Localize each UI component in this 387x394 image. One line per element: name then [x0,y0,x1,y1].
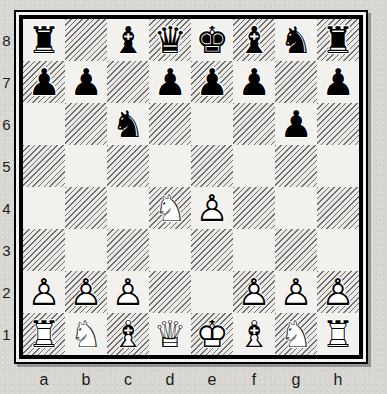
square-h3 [317,229,359,271]
file-label-g: g [275,368,317,392]
square-f6 [233,103,275,145]
square-f1: ♝♗ [233,313,275,355]
square-a5 [23,145,65,187]
white-rook-a1: ♜♖ [23,313,65,355]
black-knight-c6: ♞ [107,103,149,145]
square-e4: ♟♙ [191,187,233,229]
square-c5 [107,145,149,187]
square-h6 [317,103,359,145]
rank-label-6: 6 [0,103,13,145]
rank-label-5: 5 [0,145,13,187]
black-king-e8: ♚ [191,19,233,61]
white-pawn-b2: ♟♙ [65,271,107,313]
square-d8: ♛ [149,19,191,61]
square-f8: ♝ [233,19,275,61]
square-g2: ♟♙ [275,271,317,313]
black-rook-a8: ♜ [23,19,65,61]
rank-label-8: 8 [0,19,13,61]
square-d1: ♛♕ [149,313,191,355]
square-h1: ♜♖ [317,313,359,355]
square-g4 [275,187,317,229]
square-b1: ♞♘ [65,313,107,355]
square-e6 [191,103,233,145]
square-d6 [149,103,191,145]
square-d5 [149,145,191,187]
rank-label-1: 1 [0,313,13,355]
white-pawn-c2: ♟♙ [107,271,149,313]
white-pawn-a2: ♟♙ [23,271,65,313]
square-b8 [65,19,107,61]
square-e3 [191,229,233,271]
black-pawn-g6: ♟ [275,103,317,145]
square-f7: ♟ [233,61,275,103]
file-label-c: c [107,368,149,392]
white-knight-d4: ♞♘ [149,187,191,229]
file-label-d: d [149,368,191,392]
square-f2: ♟♙ [233,271,275,313]
square-f4 [233,187,275,229]
white-bishop-c1: ♝♗ [107,313,149,355]
white-rook-h1: ♜♖ [317,313,359,355]
square-f5 [233,145,275,187]
square-a6 [23,103,65,145]
square-c7 [107,61,149,103]
square-d7: ♟ [149,61,191,103]
file-label-e: e [191,368,233,392]
white-pawn-e4: ♟♙ [191,187,233,229]
square-a3 [23,229,65,271]
black-pawn-e7: ♟ [191,61,233,103]
square-a8: ♜ [23,19,65,61]
square-a7: ♟ [23,61,65,103]
square-c2: ♟♙ [107,271,149,313]
square-e2 [191,271,233,313]
rank-label-3: 3 [0,229,13,271]
square-c1: ♝♗ [107,313,149,355]
chess-board: ♜♝♛♚♝♞♜♟♟♟♟♟♟♞♟♞♘♟♙♟♙♟♙♟♙♟♙♟♙♟♙♜♖♞♘♝♗♛♕♚… [19,15,363,359]
black-knight-g8: ♞ [275,19,317,61]
square-b5 [65,145,107,187]
square-h8: ♜ [317,19,359,61]
rank-label-4: 4 [0,187,13,229]
square-d3 [149,229,191,271]
square-e1: ♚♔ [191,313,233,355]
rank-label-2: 2 [0,271,13,313]
rank-labels: 87654321 [0,19,13,355]
square-c4 [107,187,149,229]
square-e7: ♟ [191,61,233,103]
square-b4 [65,187,107,229]
square-g3 [275,229,317,271]
square-g8: ♞ [275,19,317,61]
square-b2: ♟♙ [65,271,107,313]
black-bishop-f8: ♝ [233,19,275,61]
square-d2 [149,271,191,313]
square-a1: ♜♖ [23,313,65,355]
white-knight-b1: ♞♘ [65,313,107,355]
square-h2: ♟♙ [317,271,359,313]
square-g5 [275,145,317,187]
black-pawn-d7: ♟ [149,61,191,103]
file-labels: abcdefgh [23,368,359,392]
white-knight-g1: ♞♘ [275,313,317,355]
black-bishop-c8: ♝ [107,19,149,61]
white-pawn-g2: ♟♙ [275,271,317,313]
chess-board-frame: ♜♝♛♚♝♞♜♟♟♟♟♟♟♞♟♞♘♟♙♟♙♟♙♟♙♟♙♟♙♟♙♜♖♞♘♝♗♛♕♚… [14,10,368,364]
white-pawn-h2: ♟♙ [317,271,359,313]
white-king-e1: ♚♔ [191,313,233,355]
black-pawn-f7: ♟ [233,61,275,103]
black-pawn-b7: ♟ [65,61,107,103]
square-c3 [107,229,149,271]
square-h7: ♟ [317,61,359,103]
square-a2: ♟♙ [23,271,65,313]
square-a4 [23,187,65,229]
file-label-h: h [317,368,359,392]
white-pawn-f2: ♟♙ [233,271,275,313]
square-g6: ♟ [275,103,317,145]
white-bishop-f1: ♝♗ [233,313,275,355]
black-pawn-a7: ♟ [23,61,65,103]
square-f3 [233,229,275,271]
square-c8: ♝ [107,19,149,61]
square-d4: ♞♘ [149,187,191,229]
square-h5 [317,145,359,187]
rank-label-7: 7 [0,61,13,103]
square-h4 [317,187,359,229]
file-label-f: f [233,368,275,392]
square-b3 [65,229,107,271]
square-g1: ♞♘ [275,313,317,355]
square-g7 [275,61,317,103]
black-rook-h8: ♜ [317,19,359,61]
file-label-b: b [65,368,107,392]
square-b7: ♟ [65,61,107,103]
square-e8: ♚ [191,19,233,61]
file-label-a: a [23,368,65,392]
square-e5 [191,145,233,187]
white-queen-d1: ♛♕ [149,313,191,355]
black-queen-d8: ♛ [149,19,191,61]
black-pawn-h7: ♟ [317,61,359,103]
square-c6: ♞ [107,103,149,145]
square-b6 [65,103,107,145]
